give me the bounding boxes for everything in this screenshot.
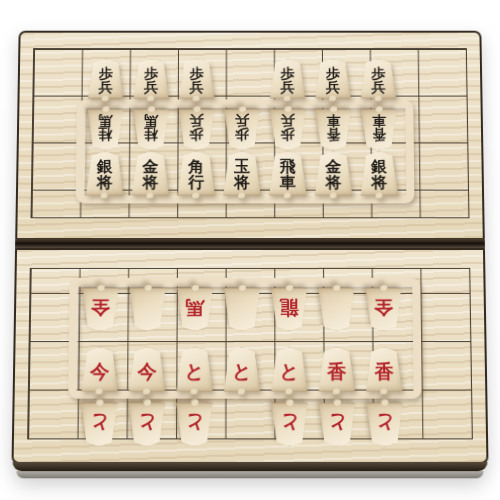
piece-gold-back-blank (317, 288, 355, 331)
piece-face: と (223, 347, 261, 391)
piece-promoted-rook: 龍 (270, 288, 308, 331)
sprue-gate-nub (285, 399, 293, 406)
piece-kanji: と (327, 413, 347, 433)
shogi-set-scene: 歩兵歩兵歩兵歩兵歩兵歩兵桂馬桂馬歩兵歩兵歩兵香車香車銀将金将角行玉将飛車金将銀将… (11, 31, 489, 481)
piece-face: と (175, 403, 214, 447)
sprue-promoted-backs: 全馬龍全今今ととと香香とととととと (11, 31, 489, 481)
sprue-gate-nub (97, 284, 105, 291)
sprue-gate-nub (332, 284, 340, 291)
piece-tokin: と (127, 403, 166, 447)
piece-face: と (318, 403, 357, 447)
piece-kanji: 今 (90, 361, 109, 381)
sprue-gate-nub (379, 284, 387, 291)
piece-gold-back-blank (128, 288, 166, 331)
piece-kanji: と (137, 413, 157, 433)
sprue-gate-nub (238, 389, 246, 396)
sprue-gate-nub (95, 399, 103, 406)
piece-tokin: と (80, 403, 119, 447)
piece-face: と (270, 347, 308, 391)
piece-tokin: と (365, 403, 404, 447)
piece-kanji: と (232, 361, 252, 381)
piece-face (317, 288, 355, 331)
piece-face: 全 (364, 288, 403, 331)
piece-kanji: と (184, 413, 204, 433)
piece-kanji: 香 (374, 361, 393, 381)
piece-kanji: 馬 (185, 298, 204, 318)
piece-face: と (80, 403, 119, 447)
piece-kanji: 龍 (280, 298, 299, 318)
piece-kanji: 全 (374, 298, 393, 318)
piece-tokin: と (223, 347, 261, 391)
piece-promoted-silver: 全 (364, 288, 403, 331)
piece-tokin: と (318, 403, 357, 447)
piece-tokin: と (270, 403, 309, 447)
piece-kanji: 香 (327, 361, 346, 381)
piece-promoted-lance: 香 (365, 347, 404, 391)
sprue-gate-nub (380, 399, 388, 406)
piece-face: 馬 (176, 288, 214, 331)
piece-face (128, 288, 166, 331)
sprue-gate-nub (285, 284, 293, 291)
piece-kanji: と (185, 361, 205, 381)
piece-kanji: と (279, 361, 299, 381)
piece-tokin: と (270, 347, 308, 391)
piece-tokin: と (175, 403, 214, 447)
piece-face: 今 (128, 347, 167, 391)
piece-face: 龍 (270, 288, 308, 331)
piece-promoted-knight: 今 (128, 347, 167, 391)
piece-face (223, 288, 261, 331)
sprue-gate-nub (380, 389, 388, 396)
piece-face: と (175, 347, 213, 391)
sprue-gate-nub (190, 399, 198, 406)
piece-promoted-silver: 全 (81, 288, 120, 331)
piece-kanji: と (375, 413, 395, 433)
piece-face: と (270, 403, 309, 447)
piece-king-back-blank (223, 288, 261, 331)
piece-promoted-lance: 香 (317, 347, 356, 391)
sprue-gate-nub (333, 389, 341, 396)
piece-promoted-bishop: 馬 (176, 288, 214, 331)
piece-face: 香 (365, 347, 404, 391)
piece-promoted-knight: 今 (80, 347, 119, 391)
piece-face: と (127, 403, 166, 447)
sprue-gate-nub (143, 389, 151, 396)
piece-kanji: 全 (91, 298, 110, 318)
piece-face: 全 (81, 288, 120, 331)
piece-kanji: と (280, 413, 300, 433)
piece-face: と (365, 403, 404, 447)
sprue-gate-nub (144, 284, 152, 291)
sprue-gate-nub (143, 399, 151, 406)
piece-tokin: と (175, 347, 213, 391)
sprue-gate-nub (191, 284, 199, 291)
piece-face: 今 (80, 347, 119, 391)
piece-face: 香 (317, 347, 356, 391)
sprue-gate-nub (333, 399, 341, 406)
piece-kanji: と (89, 413, 109, 433)
sprue-gate-nub (190, 389, 198, 396)
piece-kanji: 今 (137, 361, 156, 381)
sprue-gate-nub (238, 284, 246, 291)
sprue-gate-nub (285, 389, 293, 396)
sprue-gate-nub (95, 389, 103, 396)
